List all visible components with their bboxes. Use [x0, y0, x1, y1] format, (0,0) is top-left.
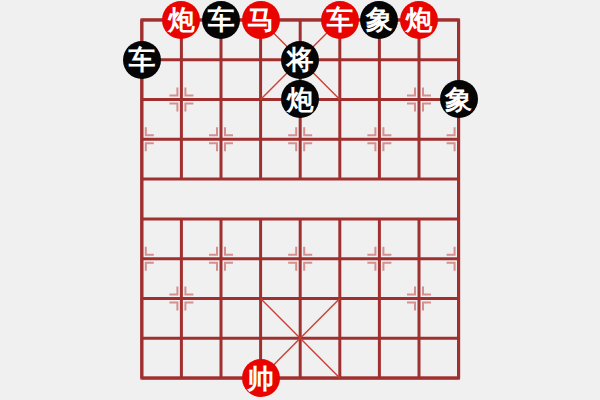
- piece-black-chariot[interactable]: 车: [123, 41, 161, 79]
- piece-red-cannon[interactable]: 炮: [400, 1, 438, 39]
- piece-black-elephant[interactable]: 象: [360, 1, 398, 39]
- piece-red-cannon[interactable]: 炮: [162, 1, 200, 39]
- piece-red-general[interactable]: 帅: [242, 359, 280, 397]
- xiangqi-board: 炮车马车象炮车将炮象帅: [122, 0, 479, 398]
- piece-black-elephant[interactable]: 象: [440, 80, 478, 118]
- piece-black-chariot[interactable]: 车: [202, 1, 240, 39]
- board-intersections[interactable]: 炮车马车象炮车将炮象帅: [122, 0, 478, 398]
- xiangqi-app: 炮车马车象炮车将炮象帅: [0, 0, 600, 400]
- piece-black-general[interactable]: 将: [281, 41, 319, 79]
- piece-black-cannon[interactable]: 炮: [281, 80, 319, 118]
- piece-red-chariot[interactable]: 车: [321, 1, 359, 39]
- piece-red-horse[interactable]: 马: [242, 1, 280, 39]
